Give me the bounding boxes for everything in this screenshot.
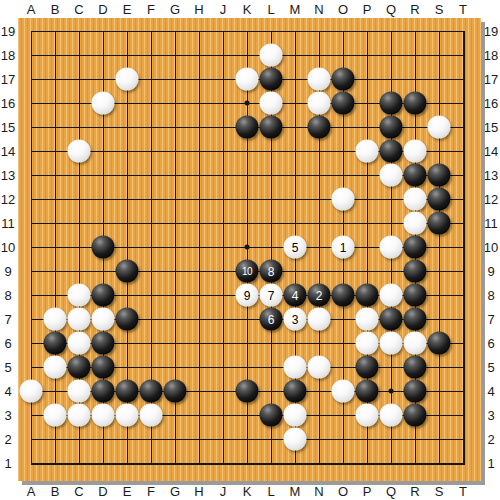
col-label-bottom-D: D <box>93 485 113 498</box>
star-point-Q4 <box>389 389 394 394</box>
row-label-right-18: 18 <box>481 49 500 62</box>
col-label-bottom-J: J <box>213 485 233 498</box>
stone-black-K4 <box>236 380 259 403</box>
stone-white-C14 <box>68 140 91 163</box>
col-label-bottom-Q: Q <box>381 485 401 498</box>
col-label-top-G: G <box>165 3 185 16</box>
stone-white-M3 <box>284 404 307 427</box>
stone-black-S12 <box>428 188 451 211</box>
row-label-right-6: 6 <box>481 337 500 350</box>
stone-black-Q7 <box>380 308 403 331</box>
row-label-left-8: 8 <box>0 289 18 302</box>
star-point-K10 <box>245 245 250 250</box>
go-board[interactable]: 51108974263 <box>18 18 481 481</box>
row-label-left-17: 17 <box>0 73 18 86</box>
row-label-left-3: 3 <box>0 409 18 422</box>
stone-white-E17 <box>116 68 139 91</box>
stone-black-R8 <box>404 284 427 307</box>
col-label-top-D: D <box>93 3 113 16</box>
stone-black-R9 <box>404 260 427 283</box>
col-label-top-N: N <box>309 3 329 16</box>
stone-white-R6 <box>404 332 427 355</box>
row-label-left-5: 5 <box>0 361 18 374</box>
move-number-label: 10 <box>236 260 259 283</box>
col-label-top-H: H <box>189 3 209 16</box>
row-label-left-4: 4 <box>0 385 18 398</box>
stone-black-R5 <box>404 356 427 379</box>
stone-white-O12 <box>332 188 355 211</box>
row-label-left-11: 11 <box>0 217 18 230</box>
stone-white-C8 <box>68 284 91 307</box>
row-label-left-19: 19 <box>0 25 18 38</box>
stone-black-O8 <box>332 284 355 307</box>
col-label-top-T: T <box>453 3 473 16</box>
stone-black-M4 <box>284 380 307 403</box>
col-label-bottom-K: K <box>237 485 257 498</box>
row-label-left-10: 10 <box>0 241 18 254</box>
row-label-right-4: 4 <box>481 385 500 398</box>
stone-white-R14 <box>404 140 427 163</box>
row-label-right-11: 11 <box>481 217 500 230</box>
stone-black-L9: 8 <box>260 260 283 283</box>
col-label-top-R: R <box>405 3 425 16</box>
stone-white-S15 <box>428 116 451 139</box>
stone-white-B3 <box>44 404 67 427</box>
stone-white-Q3 <box>380 404 403 427</box>
stone-white-P7 <box>356 308 379 331</box>
row-label-right-10: 10 <box>481 241 500 254</box>
move-number-label: 1 <box>332 236 355 259</box>
stone-white-M7: 3 <box>284 308 307 331</box>
stone-black-D5 <box>92 356 115 379</box>
move-number-label: 4 <box>284 284 307 307</box>
stone-white-O10: 1 <box>332 236 355 259</box>
stone-black-E9 <box>116 260 139 283</box>
stone-black-N8: 2 <box>308 284 331 307</box>
stone-white-Q10 <box>380 236 403 259</box>
row-label-right-19: 19 <box>481 25 500 38</box>
col-label-bottom-T: T <box>453 485 473 498</box>
stone-white-E3 <box>116 404 139 427</box>
col-label-top-F: F <box>141 3 161 16</box>
row-label-right-9: 9 <box>481 265 500 278</box>
move-number-label: 2 <box>308 284 331 307</box>
row-label-right-7: 7 <box>481 313 500 326</box>
row-label-left-2: 2 <box>0 433 18 446</box>
stone-black-P5 <box>356 356 379 379</box>
stone-white-A4 <box>20 380 43 403</box>
stone-white-Q13 <box>380 164 403 187</box>
stone-black-R3 <box>404 404 427 427</box>
stone-black-Q14 <box>380 140 403 163</box>
row-label-right-8: 8 <box>481 289 500 302</box>
stone-white-K17 <box>236 68 259 91</box>
stone-black-F4 <box>140 380 163 403</box>
move-number-label: 3 <box>284 308 307 331</box>
move-number-label: 6 <box>260 308 283 331</box>
stone-black-G4 <box>164 380 187 403</box>
stone-black-B6 <box>44 332 67 355</box>
col-label-top-J: J <box>213 3 233 16</box>
stone-black-K15 <box>236 116 259 139</box>
row-label-left-9: 9 <box>0 265 18 278</box>
stone-black-R16 <box>404 92 427 115</box>
col-label-top-L: L <box>261 3 281 16</box>
stone-white-K8: 9 <box>236 284 259 307</box>
stone-black-C5 <box>68 356 91 379</box>
col-label-top-Q: Q <box>381 3 401 16</box>
stone-white-P6 <box>356 332 379 355</box>
stone-black-O17 <box>332 68 355 91</box>
row-label-right-15: 15 <box>481 121 500 134</box>
stone-white-N7 <box>308 308 331 331</box>
stone-white-Q8 <box>380 284 403 307</box>
stone-white-C6 <box>68 332 91 355</box>
stone-white-M2 <box>284 428 307 451</box>
col-label-bottom-M: M <box>285 485 305 498</box>
col-label-top-P: P <box>357 3 377 16</box>
row-label-right-14: 14 <box>481 145 500 158</box>
col-label-top-O: O <box>333 3 353 16</box>
stone-black-L15 <box>260 116 283 139</box>
stone-white-R11 <box>404 212 427 235</box>
stone-white-D16 <box>92 92 115 115</box>
move-number-label: 5 <box>284 236 307 259</box>
stone-white-M10: 5 <box>284 236 307 259</box>
col-label-top-E: E <box>117 3 137 16</box>
stone-black-R13 <box>404 164 427 187</box>
go-diagram: ABCDEFGHJKLMNOPQRST ABCDEFGHJKLMNOPQRST … <box>0 0 500 500</box>
stone-white-P3 <box>356 404 379 427</box>
col-label-bottom-G: G <box>165 485 185 498</box>
stone-black-E4 <box>116 380 139 403</box>
stone-white-C7 <box>68 308 91 331</box>
move-number-label: 8 <box>260 260 283 283</box>
col-label-bottom-E: E <box>117 485 137 498</box>
row-label-right-12: 12 <box>481 193 500 206</box>
stone-black-D6 <box>92 332 115 355</box>
stone-white-L8: 7 <box>260 284 283 307</box>
row-label-left-7: 7 <box>0 313 18 326</box>
move-number-label: 7 <box>260 284 283 307</box>
col-label-bottom-P: P <box>357 485 377 498</box>
stone-black-N15 <box>308 116 331 139</box>
stone-black-D10 <box>92 236 115 259</box>
stone-black-P8 <box>356 284 379 307</box>
stone-black-S11 <box>428 212 451 235</box>
stone-black-D4 <box>92 380 115 403</box>
row-label-right-16: 16 <box>481 97 500 110</box>
row-label-left-1: 1 <box>0 457 18 470</box>
stone-black-D8 <box>92 284 115 307</box>
stone-white-D3 <box>92 404 115 427</box>
row-label-right-5: 5 <box>481 361 500 374</box>
row-label-right-1: 1 <box>481 457 500 470</box>
stone-white-O4 <box>332 380 355 403</box>
row-label-left-18: 18 <box>0 49 18 62</box>
col-label-bottom-A: A <box>21 485 41 498</box>
row-label-left-14: 14 <box>0 145 18 158</box>
col-label-top-C: C <box>69 3 89 16</box>
row-label-right-13: 13 <box>481 169 500 182</box>
stone-black-P4 <box>356 380 379 403</box>
row-label-right-3: 3 <box>481 409 500 422</box>
stone-black-S6 <box>428 332 451 355</box>
stone-black-Q15 <box>380 116 403 139</box>
stone-black-R7 <box>404 308 427 331</box>
col-label-top-S: S <box>429 3 449 16</box>
stone-white-N5 <box>308 356 331 379</box>
col-label-bottom-F: F <box>141 485 161 498</box>
stone-black-R10 <box>404 236 427 259</box>
col-label-top-B: B <box>45 3 65 16</box>
stone-white-L16 <box>260 92 283 115</box>
stone-black-Q16 <box>380 92 403 115</box>
stone-black-L7: 6 <box>260 308 283 331</box>
move-number-label: 9 <box>236 284 259 307</box>
row-label-right-17: 17 <box>481 73 500 86</box>
stone-black-K9: 10 <box>236 260 259 283</box>
stone-white-N17 <box>308 68 331 91</box>
stone-white-C4 <box>68 380 91 403</box>
col-label-bottom-R: R <box>405 485 425 498</box>
row-label-left-15: 15 <box>0 121 18 134</box>
stone-white-C3 <box>68 404 91 427</box>
stone-white-F3 <box>140 404 163 427</box>
row-label-left-13: 13 <box>0 169 18 182</box>
row-label-left-6: 6 <box>0 337 18 350</box>
col-label-bottom-H: H <box>189 485 209 498</box>
col-label-top-M: M <box>285 3 305 16</box>
stone-white-M5 <box>284 356 307 379</box>
stone-white-P14 <box>356 140 379 163</box>
stone-white-R12 <box>404 188 427 211</box>
col-label-bottom-O: O <box>333 485 353 498</box>
row-label-right-2: 2 <box>481 433 500 446</box>
stone-black-E7 <box>116 308 139 331</box>
col-label-top-A: A <box>21 3 41 16</box>
stone-black-L17 <box>260 68 283 91</box>
row-label-left-12: 12 <box>0 193 18 206</box>
col-label-top-K: K <box>237 3 257 16</box>
stone-white-D7 <box>92 308 115 331</box>
stone-white-N16 <box>308 92 331 115</box>
stone-black-R4 <box>404 380 427 403</box>
stone-white-B7 <box>44 308 67 331</box>
col-label-bottom-C: C <box>69 485 89 498</box>
row-label-left-16: 16 <box>0 97 18 110</box>
stone-white-B5 <box>44 356 67 379</box>
stone-white-Q6 <box>380 332 403 355</box>
stone-black-M8: 4 <box>284 284 307 307</box>
stone-white-L18 <box>260 44 283 67</box>
col-label-bottom-B: B <box>45 485 65 498</box>
star-point-K16 <box>245 101 250 106</box>
stone-black-S13 <box>428 164 451 187</box>
col-label-bottom-S: S <box>429 485 449 498</box>
stone-black-L3 <box>260 404 283 427</box>
stone-black-O16 <box>332 92 355 115</box>
col-label-bottom-L: L <box>261 485 281 498</box>
col-label-bottom-N: N <box>309 485 329 498</box>
